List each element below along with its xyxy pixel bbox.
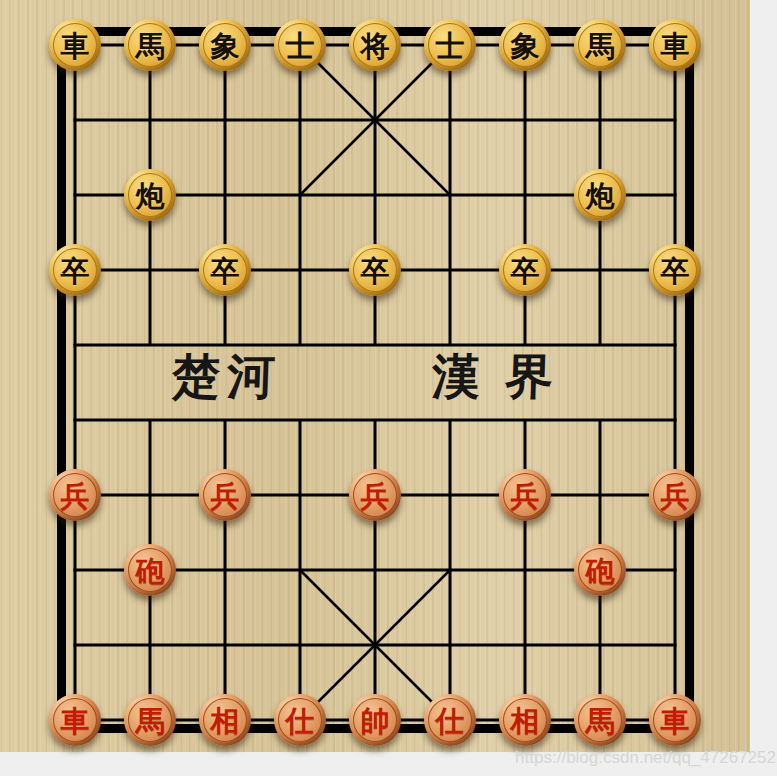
piece-face: 炮: [128, 173, 172, 217]
piece-face: 帥: [353, 698, 397, 742]
piece-face: 馬: [128, 698, 172, 742]
piece-glyph-text: 卒: [211, 257, 240, 286]
piece-glyph-text: 兵: [361, 482, 390, 511]
piece-face: 将: [353, 23, 397, 67]
piece-black-soldier[interactable]: 卒: [649, 244, 701, 296]
piece-face: 兵: [653, 473, 697, 517]
piece-face: 砲: [128, 548, 172, 592]
piece-glyph-text: 炮: [586, 182, 615, 211]
piece-glyph-text: 兵: [61, 482, 90, 511]
piece-black-soldier[interactable]: 卒: [499, 244, 551, 296]
piece-glyph-text: 仕: [286, 707, 315, 736]
piece-face: 車: [653, 698, 697, 742]
piece-glyph-text: 兵: [511, 482, 540, 511]
piece-black-advisor[interactable]: 士: [274, 19, 326, 71]
piece-face: 象: [503, 23, 547, 67]
piece-face: 卒: [353, 248, 397, 292]
piece-black-soldier[interactable]: 卒: [49, 244, 101, 296]
piece-face: 兵: [353, 473, 397, 517]
piece-face: 馬: [128, 23, 172, 67]
piece-glyph-text: 馬: [136, 32, 165, 61]
pieces-layer: 車馬象士将士象馬車炮炮卒卒卒卒卒兵兵兵兵兵砲砲車馬相仕帥仕相馬車: [0, 0, 750, 752]
piece-black-chariot[interactable]: 車: [49, 19, 101, 71]
piece-face: 卒: [653, 248, 697, 292]
piece-red-chariot[interactable]: 車: [649, 694, 701, 746]
piece-face: 卒: [53, 248, 97, 292]
piece-red-elephant[interactable]: 相: [199, 694, 251, 746]
piece-face: 車: [53, 23, 97, 67]
piece-red-horse[interactable]: 馬: [124, 694, 176, 746]
piece-glyph-text: 馬: [136, 707, 165, 736]
piece-glyph-text: 車: [661, 32, 690, 61]
piece-black-elephant[interactable]: 象: [199, 19, 251, 71]
piece-black-horse[interactable]: 馬: [124, 19, 176, 71]
xiangqi-board[interactable]: 楚河 漢界 車馬象士将士象馬車炮炮卒卒卒卒卒兵兵兵兵兵砲砲車馬相仕帥仕相馬車: [0, 0, 750, 752]
piece-red-cannon[interactable]: 砲: [124, 544, 176, 596]
piece-black-chariot[interactable]: 車: [649, 19, 701, 71]
watermark-url: https://blog.csdn.net/qq_47267252: [515, 749, 776, 766]
piece-glyph-text: 卒: [511, 257, 540, 286]
piece-glyph-text: 車: [661, 707, 690, 736]
piece-face: 砲: [578, 548, 622, 592]
piece-face: 仕: [278, 698, 322, 742]
piece-glyph-text: 象: [211, 32, 240, 61]
piece-glyph-text: 砲: [586, 557, 615, 586]
piece-black-general[interactable]: 将: [349, 19, 401, 71]
piece-face: 車: [653, 23, 697, 67]
piece-red-soldier[interactable]: 兵: [499, 469, 551, 521]
piece-red-general[interactable]: 帥: [349, 694, 401, 746]
piece-face: 仕: [428, 698, 472, 742]
piece-face: 士: [428, 23, 472, 67]
piece-glyph-text: 卒: [61, 257, 90, 286]
piece-face: 兵: [203, 473, 247, 517]
piece-glyph-text: 車: [61, 707, 90, 736]
piece-glyph-text: 仕: [436, 707, 465, 736]
piece-glyph-text: 馬: [586, 32, 615, 61]
piece-face: 兵: [503, 473, 547, 517]
piece-black-elephant[interactable]: 象: [499, 19, 551, 71]
piece-face: 馬: [578, 698, 622, 742]
piece-glyph-text: 士: [436, 32, 465, 61]
piece-red-soldier[interactable]: 兵: [349, 469, 401, 521]
piece-red-soldier[interactable]: 兵: [49, 469, 101, 521]
piece-face: 相: [203, 698, 247, 742]
piece-red-cannon[interactable]: 砲: [574, 544, 626, 596]
piece-black-soldier[interactable]: 卒: [349, 244, 401, 296]
piece-red-advisor[interactable]: 仕: [274, 694, 326, 746]
piece-face: 馬: [578, 23, 622, 67]
piece-glyph-text: 卒: [361, 257, 390, 286]
piece-black-advisor[interactable]: 士: [424, 19, 476, 71]
piece-glyph-text: 相: [511, 707, 540, 736]
piece-glyph-text: 車: [61, 32, 90, 61]
piece-face: 象: [203, 23, 247, 67]
piece-red-soldier[interactable]: 兵: [649, 469, 701, 521]
piece-face: 兵: [53, 473, 97, 517]
piece-glyph-text: 砲: [136, 557, 165, 586]
piece-glyph-text: 士: [286, 32, 315, 61]
piece-glyph-text: 兵: [661, 482, 690, 511]
piece-glyph-text: 象: [511, 32, 540, 61]
piece-black-cannon[interactable]: 炮: [124, 169, 176, 221]
piece-black-horse[interactable]: 馬: [574, 19, 626, 71]
piece-glyph-text: 将: [361, 32, 390, 61]
piece-glyph-text: 相: [211, 707, 240, 736]
piece-black-soldier[interactable]: 卒: [199, 244, 251, 296]
piece-face: 卒: [503, 248, 547, 292]
piece-glyph-text: 炮: [136, 182, 165, 211]
piece-face: 炮: [578, 173, 622, 217]
piece-red-elephant[interactable]: 相: [499, 694, 551, 746]
piece-red-horse[interactable]: 馬: [574, 694, 626, 746]
piece-glyph-text: 卒: [661, 257, 690, 286]
piece-black-cannon[interactable]: 炮: [574, 169, 626, 221]
screenshot-root: 楚河 漢界 車馬象士将士象馬車炮炮卒卒卒卒卒兵兵兵兵兵砲砲車馬相仕帥仕相馬車 h…: [0, 0, 777, 776]
piece-glyph-text: 馬: [586, 707, 615, 736]
piece-red-advisor[interactable]: 仕: [424, 694, 476, 746]
piece-face: 卒: [203, 248, 247, 292]
piece-red-soldier[interactable]: 兵: [199, 469, 251, 521]
piece-face: 士: [278, 23, 322, 67]
piece-red-chariot[interactable]: 車: [49, 694, 101, 746]
piece-face: 車: [53, 698, 97, 742]
piece-glyph-text: 帥: [361, 707, 390, 736]
piece-face: 相: [503, 698, 547, 742]
piece-glyph-text: 兵: [211, 482, 240, 511]
